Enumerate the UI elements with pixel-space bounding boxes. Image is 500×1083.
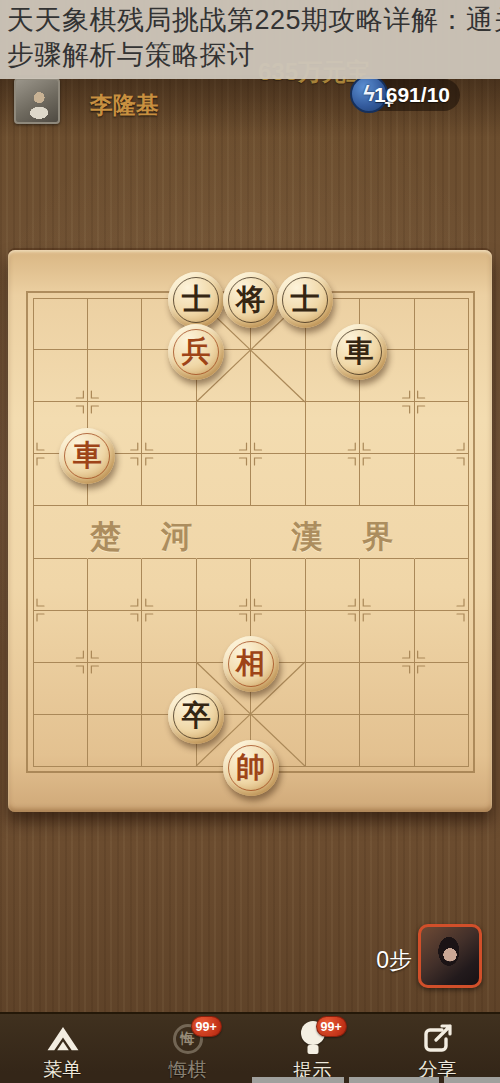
hint-badge: 99+ — [316, 1016, 347, 1037]
board-cell[interactable] — [306, 715, 361, 767]
piece-black-f5r0[interactable]: 士 — [277, 272, 333, 328]
piece-black-f3r8[interactable]: 卒 — [168, 688, 224, 744]
opponent-avatar[interactable] — [418, 924, 482, 988]
board-cell[interactable] — [88, 663, 143, 715]
board-cell[interactable] — [306, 454, 361, 506]
board-cell[interactable] — [360, 454, 415, 506]
menu-chevron-icon — [45, 1021, 81, 1054]
move-counter: 0步 — [376, 945, 412, 976]
board-cell[interactable] — [415, 715, 470, 767]
hint-button[interactable]: 99+ 提示 — [250, 1014, 375, 1083]
xiangqi-board[interactable]: 楚 河 漢 界 士将士兵車車相卒帥 — [8, 250, 492, 812]
menu-button[interactable]: 菜单 — [0, 1014, 125, 1083]
board-cell[interactable] — [306, 611, 361, 663]
board-cell[interactable] — [33, 715, 88, 767]
board-cell[interactable] — [88, 350, 143, 402]
board-cell[interactable] — [142, 454, 197, 506]
piece-red-f1r3[interactable]: 車 — [59, 428, 115, 484]
undo-button[interactable]: 悔 99+ 悔棋 — [125, 1014, 250, 1083]
board-cell[interactable] — [142, 611, 197, 663]
board-cell[interactable] — [142, 559, 197, 611]
board-cell[interactable] — [360, 402, 415, 454]
board-cell[interactable] — [197, 559, 252, 611]
piece-black-f6r1[interactable]: 車 — [331, 324, 387, 380]
board-cell[interactable] — [142, 402, 197, 454]
board-cell[interactable] — [415, 402, 470, 454]
board-cell[interactable] — [251, 402, 306, 454]
board-cell[interactable] — [415, 559, 470, 611]
board-cell[interactable] — [251, 559, 306, 611]
board-cell[interactable] — [251, 454, 306, 506]
board-cell[interactable] — [306, 402, 361, 454]
board-cell[interactable] — [415, 350, 470, 402]
board-cell[interactable] — [415, 663, 470, 715]
board-cell[interactable] — [360, 559, 415, 611]
page-title: 天天象棋残局挑战第225期攻略详解：通关 步骤解析与策略探讨 — [0, 0, 500, 79]
board-cell[interactable] — [306, 663, 361, 715]
energy-value: 1691/10 — [374, 79, 450, 111]
board-cell[interactable] — [360, 611, 415, 663]
board-cell[interactable] — [360, 663, 415, 715]
board-cell[interactable] — [415, 298, 470, 350]
piece-black-f3r0[interactable]: 士 — [168, 272, 224, 328]
piece-black-f4r0[interactable]: 将 — [223, 272, 279, 328]
piece-red-f3r1[interactable]: 兵 — [168, 324, 224, 380]
board-cell[interactable] — [33, 663, 88, 715]
energy-counter[interactable]: ϟ + 1691/10 — [358, 79, 460, 111]
app-root: 635万元宝 天天象棋残局挑战第225期攻略详解：通关 步骤解析与策略探讨 李隆… — [0, 0, 500, 1083]
board-cell[interactable] — [33, 559, 88, 611]
player-avatar[interactable] — [14, 78, 60, 124]
board-cell[interactable] — [251, 350, 306, 402]
board-cell[interactable] — [33, 611, 88, 663]
page-title-line-2: 步骤解析与策略探讨 — [0, 38, 500, 73]
page-bottom-strip — [444, 1077, 500, 1083]
board-cell[interactable] — [33, 350, 88, 402]
bottom-toolbar: 菜单 悔 99+ 悔棋 99+ 提示 分享 — [0, 1012, 500, 1083]
piece-red-f4r7[interactable]: 相 — [223, 636, 279, 692]
board-cell[interactable] — [415, 454, 470, 506]
undo-button-label: 悔棋 — [169, 1057, 207, 1083]
board-cell[interactable] — [88, 298, 143, 350]
board-cell[interactable] — [33, 298, 88, 350]
page-title-line-1: 天天象棋残局挑战第225期攻略详解：通关 — [0, 3, 500, 38]
share-button[interactable]: 分享 — [375, 1014, 500, 1083]
board-cell[interactable] — [33, 506, 88, 558]
board-cell[interactable] — [88, 611, 143, 663]
page-bottom-strip — [252, 1077, 344, 1083]
board-cell[interactable] — [415, 611, 470, 663]
menu-button-label: 菜单 — [44, 1057, 82, 1083]
board-cell[interactable] — [197, 402, 252, 454]
river-label-left: 楚 河 — [90, 516, 208, 558]
board-cell[interactable] — [306, 559, 361, 611]
undo-badge: 99+ — [191, 1016, 222, 1037]
share-icon — [422, 1021, 454, 1054]
piece-red-f4r9[interactable]: 帥 — [223, 740, 279, 796]
river-label-right: 漢 界 — [291, 516, 409, 558]
page-bottom-strip — [349, 1077, 439, 1083]
board-cell[interactable] — [415, 506, 470, 558]
board-cell[interactable] — [197, 454, 252, 506]
board-cell[interactable] — [88, 559, 143, 611]
player-name: 李隆基 — [90, 90, 159, 121]
board-cell[interactable] — [88, 715, 143, 767]
board-cell[interactable] — [360, 715, 415, 767]
